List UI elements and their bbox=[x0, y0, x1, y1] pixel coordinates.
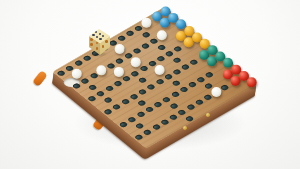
barricade-peg-white[interactable] bbox=[157, 31, 167, 41]
barricade-peg-white[interactable] bbox=[141, 18, 151, 28]
board-hole[interactable] bbox=[144, 106, 154, 113]
die-pip bbox=[96, 47, 98, 49]
board-hole[interactable] bbox=[132, 48, 142, 55]
board-hole[interactable] bbox=[177, 109, 187, 116]
die-pip bbox=[99, 33, 101, 35]
die-pip bbox=[105, 40, 107, 42]
board-hole[interactable] bbox=[179, 86, 189, 93]
board-hole[interactable] bbox=[173, 46, 183, 53]
board-hole[interactable] bbox=[88, 84, 98, 91]
board-hole[interactable] bbox=[96, 90, 106, 97]
board-hole[interactable] bbox=[113, 80, 123, 87]
board-hole[interactable] bbox=[112, 103, 122, 110]
board-hole[interactable] bbox=[143, 129, 153, 136]
die-pip bbox=[92, 34, 94, 36]
board-hole[interactable] bbox=[172, 68, 182, 75]
board-hole[interactable] bbox=[196, 76, 206, 83]
die-pip bbox=[90, 43, 92, 45]
board-hole[interactable] bbox=[56, 70, 66, 77]
board-hole[interactable] bbox=[129, 93, 139, 100]
board-hole[interactable] bbox=[185, 115, 195, 122]
board-hole[interactable] bbox=[105, 85, 115, 92]
board-hole[interactable] bbox=[189, 58, 199, 65]
barricade-peg-white[interactable] bbox=[97, 65, 107, 75]
board-hole[interactable] bbox=[180, 63, 190, 70]
board-hole[interactable] bbox=[135, 123, 145, 130]
board-hole[interactable] bbox=[163, 73, 173, 80]
board-hole[interactable] bbox=[160, 119, 170, 126]
board-hole[interactable] bbox=[125, 30, 135, 37]
die-pip bbox=[96, 36, 98, 38]
board-hole[interactable] bbox=[173, 57, 183, 64]
board-hole[interactable] bbox=[205, 71, 215, 78]
barricade-peg-white[interactable] bbox=[72, 69, 82, 79]
board-hole[interactable] bbox=[120, 98, 130, 105]
brass-pin bbox=[206, 113, 210, 117]
board-hole[interactable] bbox=[151, 124, 161, 131]
board-hole[interactable] bbox=[116, 35, 126, 42]
board-hole[interactable] bbox=[203, 94, 213, 101]
die-pip bbox=[90, 38, 92, 40]
product-photo bbox=[0, 0, 300, 169]
barricade-peg-white[interactable] bbox=[113, 67, 123, 77]
board-hole[interactable] bbox=[141, 31, 151, 38]
die-pip bbox=[99, 38, 101, 40]
board-hole[interactable] bbox=[162, 96, 172, 103]
barricade-peg-white[interactable] bbox=[130, 57, 140, 67]
board-hole[interactable] bbox=[157, 44, 167, 51]
board-hole[interactable] bbox=[122, 75, 132, 82]
board-hole[interactable] bbox=[139, 65, 149, 72]
die-pip bbox=[102, 35, 104, 37]
board-hole[interactable] bbox=[141, 43, 151, 50]
board-hole[interactable] bbox=[156, 56, 166, 63]
board-hole[interactable] bbox=[165, 51, 175, 58]
board-hole[interactable] bbox=[155, 78, 165, 85]
board-hole[interactable] bbox=[103, 108, 113, 115]
barricade-peg-white[interactable] bbox=[211, 87, 221, 97]
board-hole[interactable] bbox=[72, 83, 82, 90]
die-pip bbox=[102, 45, 104, 47]
brass-pin bbox=[183, 126, 187, 130]
board-hole[interactable] bbox=[169, 114, 179, 121]
die-pip bbox=[95, 31, 97, 33]
board-hole[interactable] bbox=[137, 88, 147, 95]
board-hole[interactable] bbox=[153, 101, 163, 108]
board-hole[interactable] bbox=[220, 84, 230, 91]
board-hole[interactable] bbox=[186, 104, 196, 111]
board-hole[interactable] bbox=[137, 100, 147, 107]
die[interactable] bbox=[86, 26, 112, 56]
board-hole[interactable] bbox=[146, 83, 156, 90]
board-hole[interactable] bbox=[134, 134, 144, 141]
board-hole[interactable] bbox=[169, 103, 179, 110]
barricade-peg-white[interactable] bbox=[155, 65, 165, 75]
board-hole[interactable] bbox=[130, 70, 140, 77]
board-hole[interactable] bbox=[115, 58, 125, 65]
board-hole[interactable] bbox=[136, 111, 146, 118]
board-hole[interactable] bbox=[87, 95, 97, 102]
board-hole[interactable] bbox=[170, 91, 180, 98]
board-hole[interactable] bbox=[73, 60, 83, 67]
board-hole[interactable] bbox=[194, 99, 204, 106]
board-hole[interactable] bbox=[104, 97, 114, 104]
peg-red[interactable] bbox=[247, 77, 257, 87]
board-hole[interactable] bbox=[119, 121, 129, 128]
board-hole[interactable] bbox=[80, 78, 90, 85]
board-hole[interactable] bbox=[138, 77, 148, 84]
die-pip bbox=[96, 42, 98, 44]
barricade-peg-white[interactable] bbox=[115, 44, 125, 54]
board-hole[interactable] bbox=[187, 81, 197, 88]
board-hole[interactable] bbox=[127, 116, 137, 123]
board-hole[interactable] bbox=[171, 80, 181, 87]
